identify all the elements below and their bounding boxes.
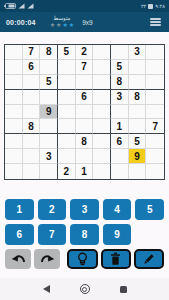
cell-r8c3[interactable]: 3 xyxy=(40,149,58,164)
cell-r6c4[interactable] xyxy=(58,119,76,134)
num-button-8[interactable]: 8 xyxy=(70,224,99,245)
num-button-5[interactable]: 5 xyxy=(135,199,164,220)
undo-button[interactable] xyxy=(5,249,31,269)
difficulty-block: متوسط xyxy=(50,16,75,29)
undo-arrow-icon xyxy=(11,253,26,266)
cell-r2c5[interactable]: 7 xyxy=(76,60,94,75)
cell-r7c7[interactable]: 6 xyxy=(111,134,129,149)
cell-r8c2[interactable] xyxy=(23,149,41,164)
cell-r7c4[interactable] xyxy=(58,134,76,149)
cell-r5c6[interactable] xyxy=(93,105,111,120)
game-header: 00:00:04 متوسط 9x9 xyxy=(0,12,169,32)
cell-r8c9[interactable] xyxy=(146,149,164,164)
cell-r7c6[interactable] xyxy=(93,134,111,149)
cell-r2c6[interactable] xyxy=(93,60,111,75)
sudoku-board[interactable]: 785236755863898178653921 xyxy=(4,44,165,180)
pencil-icon xyxy=(142,253,155,266)
cell-r1c3[interactable]: 8 xyxy=(40,45,58,60)
signal-icon xyxy=(18,3,25,9)
status-clock: ٩:٢٨ xyxy=(155,3,165,9)
cell-r3c6[interactable] xyxy=(93,75,111,90)
cell-r6c1[interactable] xyxy=(5,119,23,134)
cell-r8c6[interactable] xyxy=(93,149,111,164)
cell-r9c5[interactable]: 1 xyxy=(76,164,94,179)
nav-back-icon[interactable] xyxy=(43,285,50,293)
notes-button[interactable] xyxy=(134,249,164,269)
cell-r1c2[interactable]: 7 xyxy=(23,45,41,60)
cell-r3c1[interactable] xyxy=(5,75,23,90)
cell-r8c4[interactable] xyxy=(58,149,76,164)
cell-r2c8[interactable] xyxy=(129,60,147,75)
cell-r3c3[interactable]: 5 xyxy=(40,75,58,90)
difficulty-stars xyxy=(50,22,75,28)
status-counter: ٢٢ xyxy=(141,3,146,9)
game-timer: 00:00:04 xyxy=(6,19,36,26)
cell-r6c9[interactable]: 7 xyxy=(146,119,164,134)
cell-r1c9[interactable] xyxy=(146,45,164,60)
cell-r8c5[interactable] xyxy=(76,149,94,164)
num-button-2[interactable]: 2 xyxy=(38,199,67,220)
battery-icon xyxy=(4,3,16,9)
redo-arrow-icon xyxy=(40,253,55,266)
cell-r9c8[interactable] xyxy=(129,164,147,179)
num-button-9[interactable]: 9 xyxy=(103,224,132,245)
cell-r7c8[interactable]: 5 xyxy=(129,134,147,149)
tool-row xyxy=(5,249,164,269)
status-mode-icon xyxy=(148,4,153,9)
cell-r1c8[interactable]: 3 xyxy=(129,45,147,60)
cell-r5c3[interactable]: 9 xyxy=(40,105,58,120)
cell-r4c2[interactable] xyxy=(23,90,41,105)
numpad-row-2: 6 7 8 9 xyxy=(5,224,164,245)
android-nav-bar xyxy=(0,278,169,300)
cell-r3c9[interactable] xyxy=(146,75,164,90)
cell-r7c5[interactable]: 8 xyxy=(76,134,94,149)
cell-r7c2[interactable] xyxy=(23,134,41,149)
status-right: ٢٢ ٩:٢٨ xyxy=(141,3,165,9)
num-button-7[interactable]: 7 xyxy=(38,224,67,245)
cell-r9c3[interactable] xyxy=(40,164,58,179)
cell-r9c2[interactable] xyxy=(23,164,41,179)
cell-r5c9[interactable] xyxy=(146,105,164,120)
number-pad: 1 2 3 4 5 6 7 8 9 xyxy=(5,199,164,269)
num-button-1[interactable]: 1 xyxy=(5,199,34,220)
cell-r1c6[interactable] xyxy=(93,45,111,60)
cell-r2c4[interactable] xyxy=(58,60,76,75)
light-bulb-icon xyxy=(76,252,89,266)
nav-home-icon[interactable] xyxy=(80,284,90,294)
star-icon xyxy=(50,22,55,28)
board-area: 785236755863898178653921 xyxy=(0,44,169,180)
cell-r5c7[interactable] xyxy=(111,105,129,120)
grid-size-label: 9x9 xyxy=(82,19,92,26)
cell-r3c7[interactable]: 8 xyxy=(111,75,129,90)
cell-r1c7[interactable] xyxy=(111,45,129,60)
star-icon xyxy=(56,22,61,28)
cell-r3c2[interactable] xyxy=(23,75,41,90)
cell-r1c1[interactable] xyxy=(5,45,23,60)
cell-r5c2[interactable] xyxy=(23,105,41,120)
cell-r5c8[interactable] xyxy=(129,105,147,120)
num-button-3[interactable]: 3 xyxy=(70,199,99,220)
cell-r4c9[interactable] xyxy=(146,90,164,105)
cell-r1c5[interactable]: 2 xyxy=(76,45,94,60)
num-button-4[interactable]: 4 xyxy=(103,199,132,220)
status-left-icons xyxy=(4,3,34,9)
cell-r4c7[interactable]: 3 xyxy=(111,90,129,105)
numpad-row-1: 1 2 3 4 5 xyxy=(5,199,164,220)
cell-r4c5[interactable]: 6 xyxy=(76,90,94,105)
signal-icon xyxy=(27,3,34,9)
hint-button[interactable] xyxy=(67,249,97,269)
cell-r9c4[interactable]: 2 xyxy=(58,164,76,179)
num-button-6[interactable]: 6 xyxy=(5,224,34,245)
cell-r9c7[interactable] xyxy=(111,164,129,179)
cell-r4c6[interactable] xyxy=(93,90,111,105)
cell-r7c9[interactable] xyxy=(146,134,164,149)
cell-r5c4[interactable] xyxy=(58,105,76,120)
cell-r8c7[interactable] xyxy=(111,149,129,164)
cell-r2c7[interactable]: 5 xyxy=(111,60,129,75)
cell-r3c4[interactable] xyxy=(58,75,76,90)
cell-r1c4[interactable]: 5 xyxy=(58,45,76,60)
cell-r4c1[interactable] xyxy=(5,90,23,105)
cell-r4c8[interactable]: 8 xyxy=(129,90,147,105)
nav-recents-icon[interactable] xyxy=(120,286,127,293)
cell-r9c9[interactable] xyxy=(146,164,164,179)
cell-r3c5[interactable] xyxy=(76,75,94,90)
cell-r6c7[interactable]: 1 xyxy=(111,119,129,134)
cell-r6c6[interactable] xyxy=(93,119,111,134)
status-bar: ٢٢ ٩:٢٨ xyxy=(0,0,169,12)
cell-r9c6[interactable] xyxy=(93,164,111,179)
cell-r6c2[interactable]: 8 xyxy=(23,119,41,134)
cell-r3c8[interactable] xyxy=(129,75,147,90)
cell-r2c1[interactable] xyxy=(5,60,23,75)
cell-r7c3[interactable] xyxy=(40,134,58,149)
cell-r6c8[interactable] xyxy=(129,119,147,134)
cell-r7c1[interactable] xyxy=(5,134,23,149)
erase-button[interactable] xyxy=(101,249,131,269)
cell-r6c5[interactable] xyxy=(76,119,94,134)
cell-r4c3[interactable] xyxy=(40,90,58,105)
difficulty-label: متوسط xyxy=(53,16,70,22)
cell-r5c1[interactable] xyxy=(5,105,23,120)
cell-r5c5[interactable] xyxy=(76,105,94,120)
redo-button[interactable] xyxy=(34,249,60,269)
trash-icon xyxy=(109,252,122,266)
cell-r8c1[interactable] xyxy=(5,149,23,164)
cell-r6c3[interactable] xyxy=(40,119,58,134)
cell-r2c3[interactable] xyxy=(40,60,58,75)
star-icon xyxy=(62,22,67,28)
app-screen: ٢٢ ٩:٢٨ 00:00:04 متوسط 9x9 7852367558638… xyxy=(0,0,169,300)
hamburger-menu-icon[interactable] xyxy=(148,16,163,28)
cell-r9c1[interactable] xyxy=(5,164,23,179)
cell-r2c2[interactable]: 6 xyxy=(23,60,41,75)
cell-r2c9[interactable] xyxy=(146,60,164,75)
cell-r4c4[interactable] xyxy=(58,90,76,105)
star-icon xyxy=(69,22,74,28)
cell-r8c8[interactable]: 9 xyxy=(129,149,147,164)
